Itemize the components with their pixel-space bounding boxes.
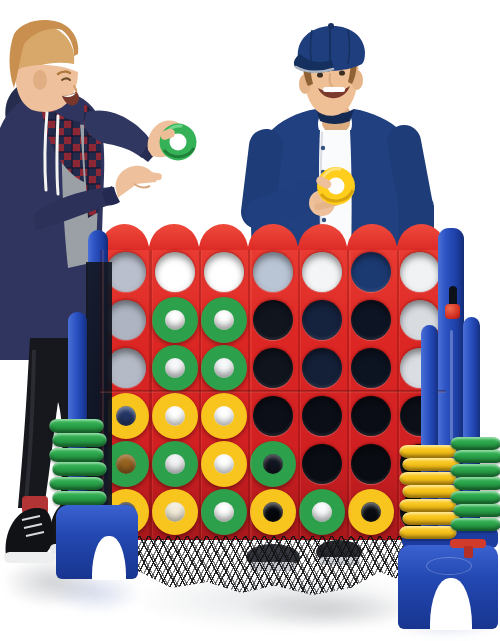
right-green-disc-stack: [452, 437, 500, 531]
cell-r1c3: [200, 248, 249, 296]
green-ring-piece: [152, 441, 198, 487]
hole: [302, 444, 342, 484]
hole: [351, 348, 391, 388]
cell-r1c7: [395, 248, 444, 296]
cell-r3c4: [249, 344, 298, 392]
giant-connect-four-set: [0, 0, 500, 641]
hole: [253, 252, 293, 292]
cell-r2c4: [249, 296, 298, 344]
cell-r4c5: [297, 392, 346, 440]
cell-r6c3: [200, 488, 249, 536]
green-ring-piece: [152, 345, 198, 391]
scallop-bump: [347, 224, 396, 250]
right-foot: [398, 545, 498, 629]
scallop-bump: [149, 224, 198, 250]
foot-arch: [92, 536, 126, 580]
studio-photo-scene: [0, 0, 500, 641]
cell-r4c4: [249, 392, 298, 440]
cell-r5c4: [249, 440, 298, 488]
cell-r6c6: [346, 488, 395, 536]
green-ring-piece: [152, 297, 198, 343]
yellow-ring-piece: [152, 393, 198, 439]
foot-arch: [430, 578, 472, 630]
cell-r6c4: [249, 488, 298, 536]
green-disc: [50, 419, 104, 433]
yellow-ring-piece: [348, 489, 394, 535]
green-disc: [454, 504, 500, 517]
yellow-ring-piece: [201, 441, 247, 487]
yellow-disc: [400, 499, 457, 512]
hole: [302, 252, 342, 292]
hole: [351, 396, 391, 436]
hole: [351, 444, 391, 484]
cell-r3c3: [200, 344, 249, 392]
yellow-disc: [400, 472, 457, 485]
hole: [204, 252, 244, 292]
green-ring-piece: [201, 345, 247, 391]
hole: [106, 300, 146, 340]
green-ring-piece: [299, 489, 345, 535]
cell-r6c5: [297, 488, 346, 536]
board-mid-seam: [100, 390, 446, 393]
post-groove: [450, 330, 453, 440]
hole: [302, 348, 342, 388]
cell-r5c2: [151, 440, 200, 488]
green-disc: [53, 433, 107, 447]
hole: [302, 300, 342, 340]
hole: [302, 396, 342, 436]
cell-r1c2: [151, 248, 200, 296]
green-disc: [451, 437, 500, 450]
embossed-logo: [426, 557, 472, 575]
cell-r4c3: [200, 392, 249, 440]
red-t-handle-stem: [464, 546, 473, 558]
cell-r2c5: [297, 296, 346, 344]
cell-r3c2: [151, 344, 200, 392]
green-disc: [454, 477, 500, 490]
yellow-disc: [400, 526, 457, 539]
cell-r6c2: [151, 488, 200, 536]
green-ring-piece: [201, 297, 247, 343]
green-disc: [50, 477, 104, 491]
yellow-ring-piece: [201, 393, 247, 439]
green-disc: [451, 518, 500, 531]
green-disc: [451, 464, 500, 477]
scallop-bump: [248, 224, 297, 250]
green-ring-piece: [201, 489, 247, 535]
yellow-disc: [400, 445, 457, 458]
yellow-ring-piece: [152, 489, 198, 535]
green-disc: [53, 491, 107, 505]
yellow-ring-piece: [250, 489, 296, 535]
cell-r1c6: [346, 248, 395, 296]
green-disc: [451, 491, 500, 504]
left-pole-disc-stack: [51, 419, 105, 505]
cell-r3c6: [346, 344, 395, 392]
cell-r4c6: [346, 392, 395, 440]
cell-r5c5: [297, 440, 346, 488]
catch-net: [114, 536, 434, 598]
hole: [155, 252, 195, 292]
hole: [106, 252, 146, 292]
hole: [253, 300, 293, 340]
cell-r5c6: [346, 440, 395, 488]
green-disc: [454, 450, 500, 463]
cell-r4c2: [151, 392, 200, 440]
cell-r2c2: [151, 296, 200, 344]
hole: [106, 348, 146, 388]
hole: [400, 252, 440, 292]
green-disc: [50, 448, 104, 462]
scallop-bump: [298, 224, 347, 250]
hole: [253, 348, 293, 388]
cell-r2c3: [200, 296, 249, 344]
green-ring-piece: [250, 441, 296, 487]
cell-r2c6: [346, 296, 395, 344]
hole: [253, 396, 293, 436]
red-slider-knob: [445, 304, 460, 319]
right-yellow-disc-stack: [401, 445, 458, 539]
cell-r1c4: [249, 248, 298, 296]
cell-r5c3: [200, 440, 249, 488]
cell-r3c5: [297, 344, 346, 392]
left-foot: [56, 505, 138, 579]
green-disc: [53, 462, 107, 476]
hole: [351, 252, 391, 292]
scallop-bump: [199, 224, 248, 250]
hole: [351, 300, 391, 340]
cell-r1c5: [297, 248, 346, 296]
